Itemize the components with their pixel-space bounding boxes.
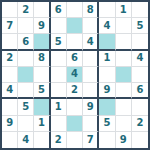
sudoku-cell-r2c2[interactable] (18, 18, 34, 34)
sudoku-cell-r7c5[interactable] (67, 99, 83, 115)
sudoku-cell-r6c7[interactable]: 9 (99, 83, 115, 99)
sudoku-cell-r8c5[interactable] (67, 116, 83, 132)
sudoku-cell-r3c5[interactable] (67, 34, 83, 50)
sudoku-cell-r8c1[interactable]: 9 (2, 116, 18, 132)
sudoku-cell-r5c8[interactable] (116, 67, 132, 83)
given-digit: 5 (55, 37, 62, 47)
given-digit: 2 (6, 53, 13, 63)
sudoku-cell-r5c3[interactable] (34, 67, 50, 83)
sudoku-cell-r4c4[interactable] (51, 51, 67, 67)
sudoku-cell-r4c1[interactable]: 2 (2, 51, 18, 67)
sudoku-cell-r1c6[interactable]: 8 (83, 2, 99, 18)
given-digit: 1 (103, 53, 110, 63)
sudoku-cell-r2c6[interactable] (83, 18, 99, 34)
given-digit: 1 (38, 118, 45, 128)
sudoku-cell-r8c9[interactable]: 2 (132, 116, 148, 132)
given-digit: 7 (87, 135, 94, 145)
sudoku-cell-r1c8[interactable]: 1 (116, 2, 132, 18)
given-digit: 2 (22, 5, 29, 15)
sudoku-cell-r3c1[interactable] (2, 34, 18, 50)
sudoku-cell-r7c2[interactable]: 5 (18, 99, 34, 115)
sudoku-cell-r3c4[interactable]: 5 (51, 34, 67, 50)
given-digit: 4 (22, 135, 29, 145)
sudoku-cell-r4c6[interactable] (83, 51, 99, 67)
sudoku-cell-r2c4[interactable] (51, 18, 67, 34)
sudoku-cell-r8c8[interactable] (116, 116, 132, 132)
sudoku-cell-r7c6[interactable]: 9 (83, 99, 99, 115)
sudoku-cell-r7c3[interactable] (34, 99, 50, 115)
sudoku-cell-r2c7[interactable]: 4 (99, 18, 115, 34)
given-digit: 5 (22, 102, 29, 112)
sudoku-cell-r3c2[interactable]: 6 (18, 34, 34, 50)
sudoku-board: 268179456542861444529651991524279 (0, 0, 150, 150)
sudoku-cell-r9c6[interactable]: 7 (83, 132, 99, 148)
given-digit: 4 (71, 69, 78, 79)
sudoku-cell-r4c5[interactable]: 6 (67, 51, 83, 67)
sudoku-cell-r2c5[interactable] (67, 18, 83, 34)
sudoku-cell-r6c1[interactable]: 4 (2, 83, 18, 99)
sudoku-cell-r5c4[interactable] (51, 67, 67, 83)
sudoku-cell-r1c9[interactable] (132, 2, 148, 18)
sudoku-cell-r5c6[interactable] (83, 67, 99, 83)
sudoku-cell-r5c5[interactable]: 4 (67, 67, 83, 83)
sudoku-cell-r5c1[interactable] (2, 67, 18, 83)
given-digit: 4 (6, 85, 13, 95)
given-digit: 8 (38, 53, 45, 63)
sudoku-cell-r6c5[interactable]: 2 (67, 83, 83, 99)
sudoku-cell-r4c9[interactable]: 4 (132, 51, 148, 67)
sudoku-cell-r7c4[interactable]: 1 (51, 99, 67, 115)
given-digit: 1 (120, 5, 127, 15)
sudoku-cell-r7c7[interactable] (99, 99, 115, 115)
sudoku-cell-r3c3[interactable] (34, 34, 50, 50)
sudoku-cell-r3c9[interactable] (132, 34, 148, 50)
sudoku-cell-r9c2[interactable]: 4 (18, 132, 34, 148)
sudoku-cell-r6c2[interactable] (18, 83, 34, 99)
sudoku-cell-r3c7[interactable] (99, 34, 115, 50)
sudoku-cell-r1c4[interactable]: 6 (51, 2, 67, 18)
given-digit: 6 (136, 85, 143, 95)
sudoku-cell-r2c9[interactable]: 5 (132, 18, 148, 34)
sudoku-cell-r7c8[interactable] (116, 99, 132, 115)
sudoku-cell-r4c3[interactable]: 8 (34, 51, 50, 67)
given-digit: 8 (87, 5, 94, 15)
sudoku-cell-r9c1[interactable] (2, 132, 18, 148)
sudoku-cell-r6c8[interactable] (116, 83, 132, 99)
sudoku-cell-r1c3[interactable] (34, 2, 50, 18)
sudoku-cell-r1c1[interactable] (2, 2, 18, 18)
sudoku-cell-r8c2[interactable] (18, 116, 34, 132)
given-digit: 9 (103, 85, 110, 95)
sudoku-cell-r1c5[interactable] (67, 2, 83, 18)
given-digit: 5 (136, 21, 143, 31)
sudoku-cell-r3c6[interactable]: 4 (83, 34, 99, 50)
given-digit: 6 (71, 53, 78, 63)
sudoku-cell-r4c2[interactable] (18, 51, 34, 67)
sudoku-cell-r9c9[interactable] (132, 132, 148, 148)
sudoku-cell-r5c7[interactable] (99, 67, 115, 83)
sudoku-cell-r8c6[interactable] (83, 116, 99, 132)
given-digit: 7 (6, 21, 13, 31)
sudoku-cell-r9c3[interactable] (34, 132, 50, 148)
sudoku-cell-r8c7[interactable]: 5 (99, 116, 115, 132)
sudoku-cell-r4c7[interactable]: 1 (99, 51, 115, 67)
sudoku-cell-r1c7[interactable] (99, 2, 115, 18)
given-digit: 1 (55, 102, 62, 112)
given-digit: 6 (22, 37, 29, 47)
sudoku-cell-r5c2[interactable] (18, 67, 34, 83)
sudoku-cell-r9c4[interactable]: 2 (51, 132, 67, 148)
sudoku-cell-r9c8[interactable]: 9 (116, 132, 132, 148)
given-digit: 5 (38, 85, 45, 95)
given-digit: 4 (136, 53, 143, 63)
sudoku-cell-r2c3[interactable]: 9 (34, 18, 50, 34)
sudoku-cell-r1c2[interactable]: 2 (18, 2, 34, 18)
given-digit: 4 (103, 21, 110, 31)
sudoku-cell-r6c9[interactable]: 6 (132, 83, 148, 99)
given-digit: 9 (120, 135, 127, 145)
sudoku-cell-r6c4[interactable] (51, 83, 67, 99)
given-digit: 5 (103, 118, 110, 128)
sudoku-cell-r4c8[interactable] (116, 51, 132, 67)
given-digit: 4 (87, 37, 94, 47)
given-digit: 9 (87, 102, 94, 112)
given-digit: 2 (55, 135, 62, 145)
sudoku-cell-r7c1[interactable] (2, 99, 18, 115)
sudoku-cell-r9c7[interactable] (99, 132, 115, 148)
sudoku-cell-r7c9[interactable] (132, 99, 148, 115)
sudoku-cell-r8c3[interactable]: 1 (34, 116, 50, 132)
given-digit: 9 (38, 21, 45, 31)
sudoku-cell-r6c3[interactable]: 5 (34, 83, 50, 99)
given-digit: 6 (55, 5, 62, 15)
given-digit: 9 (6, 118, 13, 128)
sudoku-cell-r5c9[interactable] (132, 67, 148, 83)
sudoku-cell-r3c8[interactable] (116, 34, 132, 50)
given-digit: 2 (136, 118, 143, 128)
sudoku-cell-r2c1[interactable]: 7 (2, 18, 18, 34)
sudoku-cell-r9c5[interactable] (67, 132, 83, 148)
sudoku-cell-r2c8[interactable] (116, 18, 132, 34)
sudoku-cell-r8c4[interactable] (51, 116, 67, 132)
given-digit: 2 (71, 85, 78, 95)
sudoku-cell-r6c6[interactable] (83, 83, 99, 99)
